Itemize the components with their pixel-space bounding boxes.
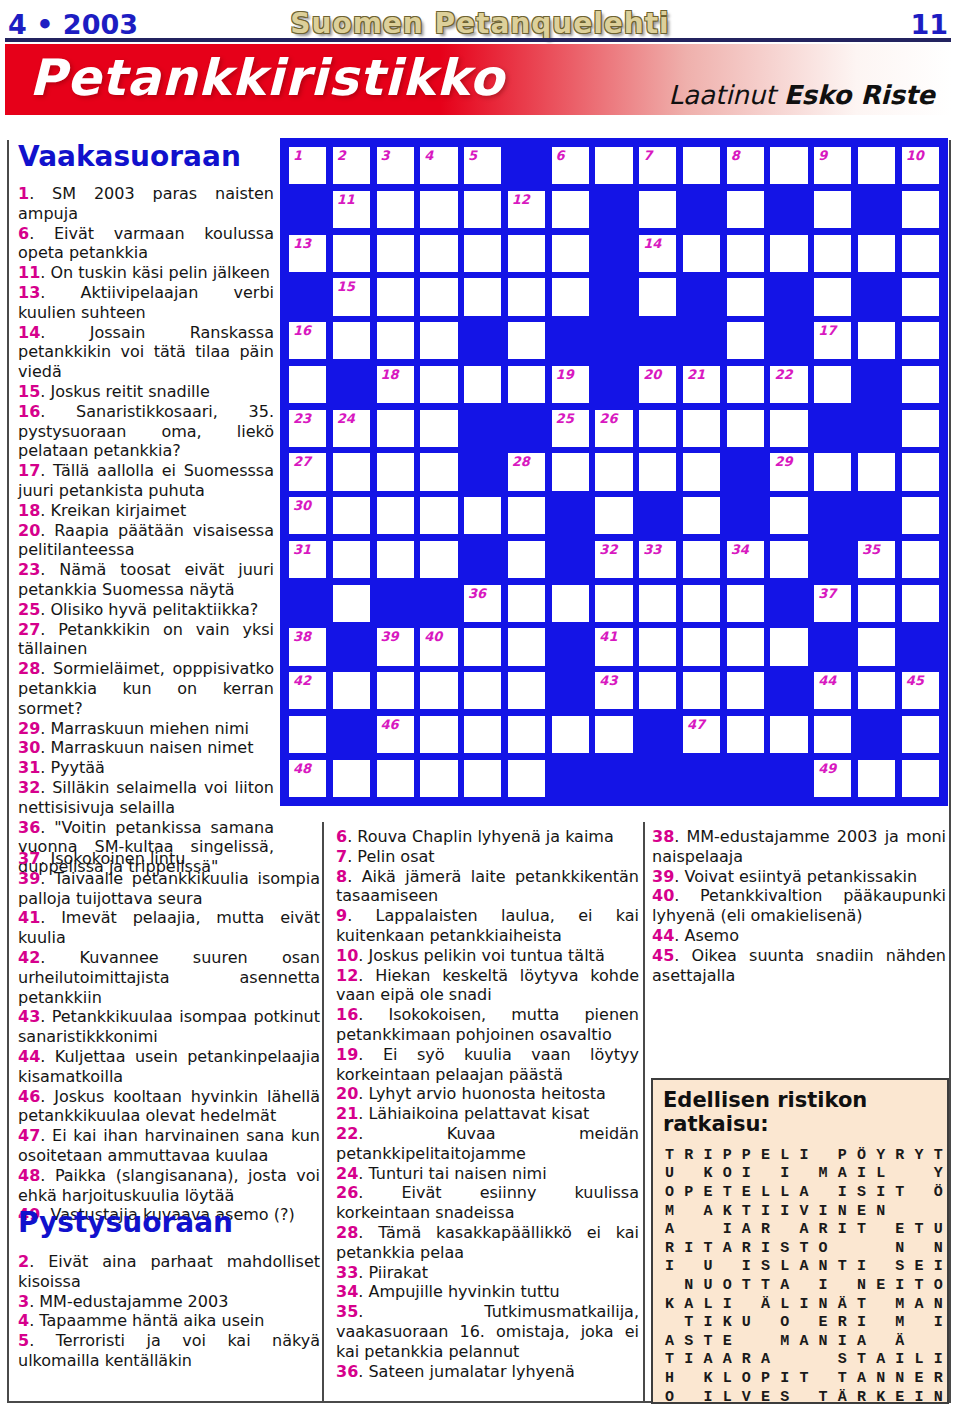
grid-cell[interactable]: 47	[683, 716, 720, 753]
solution-cell: O	[814, 1239, 833, 1258]
grid-cell[interactable]	[770, 628, 807, 665]
grid-cell[interactable]	[420, 497, 457, 534]
clue-number: 44	[652, 926, 674, 945]
solution-cell: A	[794, 1183, 813, 1202]
grid-cell[interactable]: 1	[289, 147, 326, 184]
grid-cell[interactable]	[727, 278, 764, 315]
grid-cell[interactable]	[333, 235, 370, 272]
clue-number: 15	[18, 382, 40, 401]
grid-cell[interactable]	[902, 235, 939, 272]
grid-cell[interactable]	[639, 191, 676, 228]
grid-cell[interactable]: 42	[289, 672, 326, 709]
grid-cell[interactable]	[902, 716, 939, 753]
clue: 44. Asemo	[652, 926, 946, 946]
grid-cell[interactable]	[683, 628, 720, 665]
grid-cell[interactable]: 41	[595, 628, 632, 665]
cell-number: 48	[293, 761, 311, 776]
grid-cell[interactable]: 9	[814, 147, 851, 184]
grid-cell[interactable]	[552, 235, 589, 272]
grid-block	[420, 585, 457, 622]
clue: 40. Petankkivaltion pääkaupunki lyhyenä …	[652, 886, 946, 926]
grid-cell[interactable]	[377, 541, 414, 578]
cell-number: 46	[381, 717, 399, 732]
grid-block	[770, 191, 807, 228]
grid-cell[interactable]: 18	[377, 366, 414, 403]
grid-cell[interactable]: 28	[508, 453, 545, 490]
grid-cell[interactable]	[727, 716, 764, 753]
grid-cell[interactable]: 5	[464, 147, 501, 184]
solution-cell	[833, 1239, 852, 1258]
grid-cell[interactable]	[333, 585, 370, 622]
grid-cell[interactable]: 25	[552, 410, 589, 447]
page: { "game": "crossword", "variant": "Finni…	[0, 0, 960, 1409]
grid-block	[639, 497, 676, 534]
solution-cell: I	[698, 1313, 717, 1332]
grid-cell[interactable]	[595, 716, 632, 753]
clue: 21. Lähiaikoina pelattavat kisat	[336, 1104, 639, 1124]
grid-cell[interactable]: 16	[289, 322, 326, 359]
byline-name: Esko Riste	[784, 80, 935, 110]
grid-block	[289, 191, 326, 228]
grid-cell[interactable]	[420, 760, 457, 797]
grid-block	[639, 760, 676, 797]
grid-cell[interactable]	[902, 760, 939, 797]
solution-cell	[871, 1258, 890, 1277]
grid-cell[interactable]	[377, 497, 414, 534]
grid-cell[interactable]	[814, 453, 851, 490]
clue: 32. Silläkin selaimella voi liiton netti…	[18, 778, 274, 818]
grid-cell[interactable]: 43	[595, 672, 632, 709]
grid-cell[interactable]	[464, 366, 501, 403]
solution-cell: L	[871, 1165, 890, 1184]
grid-cell[interactable]	[727, 191, 764, 228]
cell-number: 18	[381, 367, 399, 382]
solution-cell: A	[909, 1295, 928, 1314]
grid-cell[interactable]	[333, 760, 370, 797]
clue-number: 10	[336, 946, 358, 965]
grid-cell[interactable]	[377, 322, 414, 359]
grid-cell[interactable]	[727, 366, 764, 403]
grid-cell[interactable]	[858, 760, 895, 797]
grid-cell[interactable]	[508, 497, 545, 534]
grid-cell[interactable]: 45	[902, 672, 939, 709]
solution-cell: L	[718, 1369, 737, 1388]
grid-cell[interactable]	[595, 147, 632, 184]
clue: 26. Eivät esiinny kuulissa korkeintaan s…	[336, 1183, 639, 1223]
grid-cell[interactable]	[639, 628, 676, 665]
grid-cell[interactable]: 35	[858, 541, 895, 578]
solution-cell	[737, 1332, 756, 1351]
cell-number: 26	[599, 411, 617, 426]
solution-cell: A	[833, 1165, 852, 1184]
cell-number: 6	[556, 148, 565, 163]
solution-cell: I	[852, 1165, 871, 1184]
solution-cell	[794, 1165, 813, 1184]
solution-cell: N	[852, 1276, 871, 1295]
grid-cell[interactable]	[420, 191, 457, 228]
clue-number: 45	[652, 946, 674, 965]
grid-block	[464, 541, 501, 578]
grid-cell[interactable]: 36	[464, 585, 501, 622]
grid-cell[interactable]	[420, 672, 457, 709]
grid-cell[interactable]: 19	[552, 366, 589, 403]
grid-cell[interactable]	[464, 760, 501, 797]
grid-cell[interactable]	[683, 147, 720, 184]
grid-cell[interactable]	[420, 278, 457, 315]
grid-cell[interactable]	[683, 410, 720, 447]
grid-cell[interactable]	[508, 672, 545, 709]
grid-cell[interactable]	[289, 716, 326, 753]
solution-cell: P	[756, 1369, 775, 1388]
solution-cell: N	[929, 1388, 948, 1407]
clue-number: 4	[18, 1311, 29, 1330]
solution-cell: I	[833, 1183, 852, 1202]
grid-block	[727, 453, 764, 490]
cell-number: 9	[818, 148, 827, 163]
grid-cell[interactable]	[420, 366, 457, 403]
grid-cell[interactable]: 17	[814, 322, 851, 359]
grid-cell[interactable]	[595, 585, 632, 622]
grid-block	[902, 628, 939, 665]
grid-cell[interactable]	[377, 672, 414, 709]
solution-cell	[794, 1351, 813, 1370]
clue-number: 9	[336, 906, 347, 925]
grid-block	[333, 366, 370, 403]
solution-cell: T	[794, 1239, 813, 1258]
grid-cell[interactable]	[727, 322, 764, 359]
cell-number: 42	[293, 673, 311, 688]
solution-cell: Ä	[833, 1295, 852, 1314]
solution-cell: T	[890, 1183, 909, 1202]
grid-cell[interactable]	[420, 322, 457, 359]
grid-cell[interactable]	[333, 322, 370, 359]
grid-cell[interactable]: 38	[289, 628, 326, 665]
column-separator-left	[322, 822, 324, 1403]
grid-cell[interactable]: 26	[595, 410, 632, 447]
solution-cell: T	[698, 1332, 717, 1351]
grid-cell[interactable]	[508, 585, 545, 622]
solution-cell: A	[718, 1351, 737, 1370]
grid-cell[interactable]	[333, 453, 370, 490]
grid-cell[interactable]	[420, 541, 457, 578]
grid-block	[333, 628, 370, 665]
solution-cell: M	[775, 1332, 794, 1351]
solution-cell: A	[871, 1351, 890, 1370]
grid-cell[interactable]	[639, 410, 676, 447]
grid-cell[interactable]	[377, 278, 414, 315]
solution-cell: K	[698, 1369, 717, 1388]
solution-cell	[756, 1313, 775, 1332]
grid-cell[interactable]	[902, 410, 939, 447]
grid-cell[interactable]	[464, 278, 501, 315]
grid-cell[interactable]	[333, 541, 370, 578]
grid-cell[interactable]	[683, 453, 720, 490]
solution-cell: K	[660, 1295, 679, 1314]
clue-number: 16	[336, 1005, 358, 1024]
grid-cell[interactable]	[639, 453, 676, 490]
solution-cell: N	[679, 1276, 698, 1295]
solution-cell: L	[718, 1388, 737, 1407]
grid-cell[interactable]	[814, 278, 851, 315]
solution-cell: L	[756, 1183, 775, 1202]
clue-number: 28	[336, 1223, 358, 1242]
grid-cell[interactable]	[377, 235, 414, 272]
grid-block	[508, 147, 545, 184]
grid-cell[interactable]	[420, 716, 457, 753]
grid-cell[interactable]: 44	[814, 672, 851, 709]
grid-cell[interactable]	[902, 585, 939, 622]
solution-cell: R	[737, 1351, 756, 1370]
grid-cell[interactable]: 20	[639, 366, 676, 403]
grid-cell[interactable]	[552, 453, 589, 490]
solution-cell	[698, 1220, 717, 1239]
solution-cell	[794, 1388, 813, 1407]
grid-block	[464, 322, 501, 359]
grid-cell[interactable]	[464, 235, 501, 272]
cell-number: 32	[599, 542, 617, 557]
grid-cell[interactable]	[902, 541, 939, 578]
grid-block	[595, 235, 632, 272]
clue: 18. Kreikan kirjaimet	[18, 501, 274, 521]
grid-cell[interactable]: 27	[289, 453, 326, 490]
grid-cell[interactable]	[333, 497, 370, 534]
cell-number: 35	[862, 542, 880, 557]
clue: 16. Sanaristikkosaari, 35. pystysuoraan …	[18, 402, 274, 461]
clue-number: 28	[18, 659, 40, 678]
grid-cell[interactable]	[377, 410, 414, 447]
solution-cell: R	[660, 1239, 679, 1258]
grid-cell[interactable]	[639, 278, 676, 315]
grid-cell[interactable]	[683, 235, 720, 272]
grid-cell[interactable]: 39	[377, 628, 414, 665]
cell-number: 1	[293, 148, 302, 163]
solution-cell: O	[929, 1276, 948, 1295]
grid-block	[683, 760, 720, 797]
clue-number: 13	[18, 283, 40, 302]
grid-block	[552, 628, 589, 665]
clue: 20. Lyhyt arvio huonosta heitosta	[336, 1084, 639, 1104]
grid-cell[interactable]	[289, 366, 326, 403]
clue-number: 20	[336, 1084, 358, 1103]
grid-cell[interactable]: 15	[333, 278, 370, 315]
grid-cell[interactable]: 23	[289, 410, 326, 447]
grid-cell[interactable]	[727, 585, 764, 622]
grid-cell[interactable]	[902, 366, 939, 403]
solution-cell	[814, 1369, 833, 1388]
clue-number: 19	[336, 1045, 358, 1064]
grid-cell[interactable]	[858, 672, 895, 709]
grid-cell[interactable]: 24	[333, 410, 370, 447]
grid-cell[interactable]	[552, 716, 589, 753]
clue-number: 47	[18, 1126, 40, 1145]
grid-cell[interactable]	[420, 453, 457, 490]
grid-cell[interactable]	[420, 235, 457, 272]
grid-cell[interactable]	[814, 235, 851, 272]
cell-number: 27	[293, 454, 311, 469]
solution-cell: T	[660, 1146, 679, 1165]
grid-cell[interactable]	[902, 497, 939, 534]
solution-cell: T	[756, 1276, 775, 1295]
grid-block	[683, 278, 720, 315]
grid-cell[interactable]	[508, 278, 545, 315]
grid-cell[interactable]: 4	[420, 147, 457, 184]
grid-cell[interactable]	[508, 760, 545, 797]
grid-cell[interactable]: 3	[377, 147, 414, 184]
grid-block	[770, 322, 807, 359]
grid-cell[interactable]	[770, 410, 807, 447]
solution-cell: T	[718, 1183, 737, 1202]
grid-cell[interactable]	[639, 672, 676, 709]
grid-cell[interactable]	[552, 278, 589, 315]
grid-cell[interactable]	[508, 716, 545, 753]
grid-cell[interactable]	[464, 672, 501, 709]
grid-cell[interactable]	[377, 453, 414, 490]
grid-cell[interactable]: 6	[552, 147, 589, 184]
solution-cell: I	[833, 1220, 852, 1239]
solution-cell	[679, 1258, 698, 1277]
grid-cell[interactable]: 7	[639, 147, 676, 184]
grid-cell[interactable]	[377, 191, 414, 228]
solution-cell: I	[679, 1351, 698, 1370]
grid-cell[interactable]: 37	[814, 585, 851, 622]
solution-cell: E	[909, 1258, 928, 1277]
grid-cell[interactable]: 31	[289, 541, 326, 578]
grid-cell[interactable]	[858, 147, 895, 184]
grid-cell[interactable]	[508, 366, 545, 403]
solution-cell: S	[679, 1332, 698, 1351]
grid-cell[interactable]: 29	[770, 453, 807, 490]
solution-cell: T	[698, 1239, 717, 1258]
grid-cell[interactable]	[420, 410, 457, 447]
grid-cell[interactable]: 13	[289, 235, 326, 272]
grid-cell[interactable]	[814, 191, 851, 228]
grid-cell[interactable]	[858, 453, 895, 490]
grid-cell[interactable]	[552, 191, 589, 228]
grid-cell[interactable]	[552, 585, 589, 622]
solution-cell: Ä	[833, 1388, 852, 1407]
grid-cell[interactable]	[727, 628, 764, 665]
grid-cell[interactable]	[595, 497, 632, 534]
clue-number: 43	[18, 1007, 40, 1026]
grid-cell[interactable]: 40	[420, 628, 457, 665]
grid-cell[interactable]	[683, 585, 720, 622]
grid-cell[interactable]	[683, 541, 720, 578]
grid-cell[interactable]	[902, 191, 939, 228]
grid-cell[interactable]: 22	[770, 366, 807, 403]
grid-cell[interactable]	[464, 497, 501, 534]
grid-cell[interactable]	[770, 497, 807, 534]
solution-cell: M	[814, 1165, 833, 1184]
cell-number: 24	[337, 411, 355, 426]
solution-cell: M	[660, 1202, 679, 1221]
grid-cell[interactable]	[377, 760, 414, 797]
solution-cell: I	[775, 1202, 794, 1221]
grid-cell[interactable]	[770, 541, 807, 578]
solution-cell: L	[909, 1351, 928, 1370]
grid-cell[interactable]	[595, 453, 632, 490]
down-clues-right: 38. MM-edustajamme 2003 ja moni naispela…	[652, 827, 946, 985]
solution-cell: A	[852, 1332, 871, 1351]
grid-block	[770, 278, 807, 315]
grid-cell[interactable]	[858, 628, 895, 665]
grid-cell[interactable]: 12	[508, 191, 545, 228]
grid-cell[interactable]	[464, 628, 501, 665]
grid-cell[interactable]	[902, 453, 939, 490]
grid-cell[interactable]	[683, 672, 720, 709]
grid-cell[interactable]	[639, 585, 676, 622]
byline: Laatinut Esko Riste	[669, 80, 935, 110]
grid-cell[interactable]	[333, 672, 370, 709]
grid-cell[interactable]: 33	[639, 541, 676, 578]
clue: 41. Imevät pelaajia, mutta eivät kuulia	[18, 908, 320, 948]
clue-number: 18	[18, 501, 40, 520]
grid-cell[interactable]: 32	[595, 541, 632, 578]
grid-cell[interactable]	[770, 147, 807, 184]
grid-cell[interactable]: 21	[683, 366, 720, 403]
grid-cell[interactable]	[858, 235, 895, 272]
solution-cell	[679, 1165, 698, 1184]
grid-block	[683, 191, 720, 228]
solution-cell: E	[814, 1313, 833, 1332]
grid-cell[interactable]: 49	[814, 760, 851, 797]
grid-cell[interactable]: 46	[377, 716, 414, 753]
grid-cell[interactable]: 2	[333, 147, 370, 184]
grid-cell[interactable]: 8	[727, 147, 764, 184]
solution-cell: I	[794, 1295, 813, 1314]
grid-cell[interactable]	[508, 235, 545, 272]
grid-cell[interactable]	[858, 585, 895, 622]
grid-cell[interactable]	[508, 322, 545, 359]
grid-cell[interactable]: 11	[333, 191, 370, 228]
clue: 22. Kuvaa meidän petankkipelitaitojamme	[336, 1124, 639, 1164]
cell-number: 38	[293, 629, 311, 644]
grid-cell[interactable]: 48	[289, 760, 326, 797]
grid-cell[interactable]	[902, 278, 939, 315]
grid-cell[interactable]	[814, 716, 851, 753]
grid-cell[interactable]	[727, 235, 764, 272]
clue: 27. Petankkikin on vain yksi tällainen	[18, 620, 274, 660]
grid-cell[interactable]	[727, 410, 764, 447]
solution-cell: T	[909, 1220, 928, 1239]
solution-cell: T	[679, 1313, 698, 1332]
clue-number: 7	[336, 847, 347, 866]
grid-cell[interactable]: 14	[639, 235, 676, 272]
header-rule	[5, 38, 951, 42]
grid-cell[interactable]: 34	[727, 541, 764, 578]
grid-cell[interactable]: 10	[902, 147, 939, 184]
grid-cell[interactable]	[508, 628, 545, 665]
cell-number: 45	[906, 673, 924, 688]
grid-cell[interactable]	[770, 716, 807, 753]
cell-number: 30	[293, 498, 311, 513]
solution-cell	[775, 1351, 794, 1370]
solution-cell: T	[852, 1220, 871, 1239]
grid-cell[interactable]	[683, 497, 720, 534]
grid-cell[interactable]	[770, 235, 807, 272]
solution-cell	[909, 1183, 928, 1202]
grid-cell[interactable]	[464, 191, 501, 228]
solution-cell	[756, 1332, 775, 1351]
solution-cell: N	[871, 1369, 890, 1388]
grid-cell[interactable]	[508, 541, 545, 578]
grid-cell[interactable]: 30	[289, 497, 326, 534]
grid-cell[interactable]	[858, 322, 895, 359]
grid-cell[interactable]	[464, 716, 501, 753]
grid-cell[interactable]	[727, 672, 764, 709]
grid-cell[interactable]	[902, 322, 939, 359]
solution-cell	[775, 1220, 794, 1239]
grid-cell[interactable]	[814, 366, 851, 403]
